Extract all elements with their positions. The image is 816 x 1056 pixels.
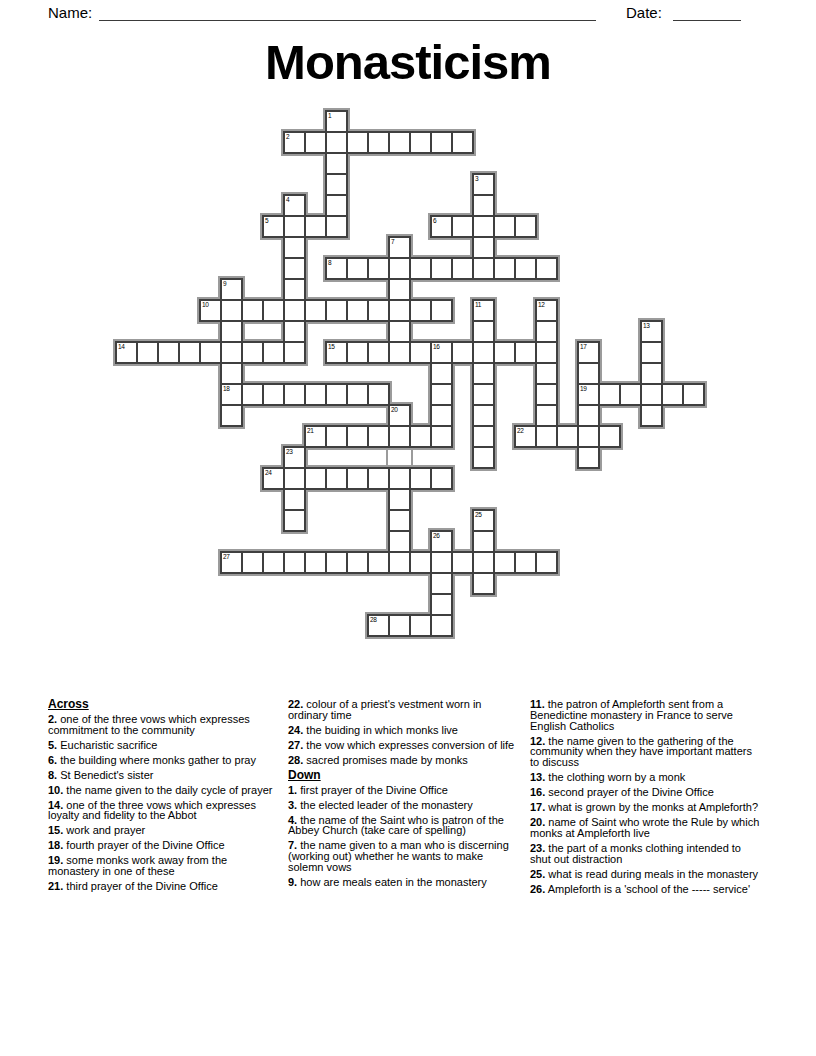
grid-cell[interactable]: 17 (577, 341, 600, 364)
grid-cell[interactable] (367, 341, 390, 364)
grid-cell[interactable]: 4 (283, 194, 306, 217)
grid-cell[interactable] (304, 383, 327, 406)
clue-down-7: 7. the name given to a man who is discer… (288, 840, 520, 872)
grid-cell[interactable]: 25 (472, 509, 495, 532)
name-blank-line (99, 20, 596, 21)
grid-cell[interactable] (346, 299, 369, 322)
clue-number: 1. (288, 784, 297, 796)
grid-cell[interactable] (220, 341, 243, 364)
grid-cell[interactable] (388, 425, 411, 448)
grid-cell[interactable]: 13 (640, 320, 663, 343)
grid-cell[interactable]: 24 (262, 467, 285, 490)
puzzle-title: Monasticism (0, 34, 816, 90)
grid-cell[interactable]: 6 (430, 215, 453, 238)
grid-cell[interactable] (535, 551, 558, 574)
grid-cell[interactable]: 10 (199, 299, 222, 322)
grid-cell[interactable] (430, 614, 453, 637)
grid-cell[interactable] (283, 509, 306, 532)
grid-cell[interactable] (304, 299, 327, 322)
grid-cell[interactable] (472, 194, 495, 217)
clue-across-15: 15. work and prayer (48, 825, 280, 836)
grid-cell[interactable] (640, 404, 663, 427)
grid-cell[interactable] (577, 446, 600, 469)
clue-number: 11. (530, 698, 545, 710)
clue-number: 22. (288, 698, 303, 710)
clue-number: 25. (530, 868, 545, 880)
grid-cell[interactable] (346, 383, 369, 406)
grid-cell[interactable]: 3 (472, 173, 495, 196)
grid-cell[interactable] (451, 215, 474, 238)
cell-number: 8 (328, 259, 331, 266)
clue-number: 26. (530, 883, 545, 895)
grid-cell[interactable] (472, 446, 495, 469)
clue-across-21: 21. third prayer of the Divine Office (48, 881, 280, 892)
grid-cell[interactable] (430, 404, 453, 427)
cell-number: 7 (391, 238, 394, 245)
cell-number: 24 (265, 469, 272, 476)
grid-cell[interactable] (304, 131, 327, 154)
clue-number: 23. (530, 842, 545, 854)
clue-down-26: 26. Ampleforth is a 'school of the -----… (530, 884, 762, 895)
clue-number: 9. (288, 876, 297, 888)
clue-number: 14. (48, 799, 63, 811)
grid-cell[interactable] (346, 257, 369, 280)
grid-cell[interactable] (682, 383, 705, 406)
grid-cell[interactable] (325, 551, 348, 574)
cell-number: 18 (223, 385, 230, 392)
grid-cell[interactable] (472, 215, 495, 238)
clue-across-18: 18. fourth prayer of the Divine Office (48, 840, 280, 851)
grid-cell[interactable]: 5 (262, 215, 285, 238)
grid-cell[interactable] (346, 341, 369, 364)
clue-number: 28. (288, 754, 303, 766)
grid-cell[interactable] (367, 467, 390, 490)
clue-number: 2. (48, 713, 57, 725)
grid-cell[interactable] (304, 467, 327, 490)
grid-cell[interactable] (325, 299, 348, 322)
grid-cell[interactable] (661, 383, 684, 406)
grid-cell[interactable]: 11 (472, 299, 495, 322)
date-blank-line (673, 20, 741, 21)
cell-number: 17 (580, 343, 587, 350)
grid-cell[interactable] (430, 362, 453, 385)
grid-cell[interactable] (241, 383, 264, 406)
clue-across-27: 27. the vow which expresses conversion o… (288, 740, 520, 751)
grid-cell[interactable]: 26 (430, 530, 453, 553)
cell-number: 22 (517, 427, 524, 434)
grid-cell[interactable] (388, 299, 411, 322)
grid-cell[interactable] (430, 131, 453, 154)
clue-number: 13. (530, 771, 545, 783)
grid-cell[interactable]: 20 (388, 404, 411, 427)
grid-cell[interactable] (430, 425, 453, 448)
grid-cell[interactable] (556, 425, 579, 448)
clue-number: 10. (48, 784, 63, 796)
grid-cell[interactable] (325, 215, 348, 238)
cell-number: 3 (475, 175, 478, 182)
cell-number: 13 (643, 322, 650, 329)
grid-cell[interactable] (157, 341, 180, 364)
grid-cell[interactable] (283, 299, 306, 322)
cell-number: 27 (223, 553, 230, 560)
clue-down-4: 4. the name of the Saint who is patron o… (288, 815, 520, 837)
cell-number: 25 (475, 511, 482, 518)
grid-cell[interactable] (535, 257, 558, 280)
grid-cell[interactable] (325, 194, 348, 217)
clue-down-11: 11. the patron of Ampleforth sent from a… (530, 699, 762, 731)
grid-cell[interactable] (241, 299, 264, 322)
clue-number: 3. (288, 799, 297, 811)
grid-cell[interactable] (472, 236, 495, 259)
grid-cell[interactable] (283, 341, 306, 364)
grid-cell[interactable] (472, 404, 495, 427)
grid-cell[interactable] (409, 467, 432, 490)
grid-cell[interactable] (388, 530, 411, 553)
grid-cell[interactable] (283, 278, 306, 301)
grid-cell[interactable]: 27 (220, 551, 243, 574)
clue-number: 17. (530, 801, 545, 813)
clue-number: 6. (48, 754, 57, 766)
grid-cell[interactable] (283, 383, 306, 406)
cell-number: 12 (538, 301, 545, 308)
cell-number: 15 (328, 343, 335, 350)
grid-cell[interactable] (409, 551, 432, 574)
clue-list-header-across: Across (48, 699, 280, 710)
grid-cell[interactable] (430, 551, 453, 574)
clue-number: 19. (48, 854, 63, 866)
grid-cell[interactable] (493, 215, 516, 238)
clues-column-2: 22. colour of a priest's vestment worn i… (288, 699, 520, 892)
grid-cell[interactable]: 22 (514, 425, 537, 448)
grid-cell[interactable]: 15 (325, 341, 348, 364)
grid-cell[interactable] (514, 215, 537, 238)
clue-across-2: 2. one of the three vows which expresses… (48, 714, 280, 736)
grid-cell[interactable] (262, 551, 285, 574)
grid-cell[interactable] (514, 341, 537, 364)
clue-across-10: 10. the name given to the daily cycle of… (48, 785, 280, 796)
clue-number: 15. (48, 824, 63, 836)
cell-number: 16 (433, 343, 440, 350)
grid-cell[interactable] (535, 404, 558, 427)
clue-across-6: 6. the building where monks gather to pr… (48, 755, 280, 766)
cell-number: 5 (265, 217, 268, 224)
grid-cell[interactable] (388, 551, 411, 574)
grid-cell[interactable] (283, 467, 306, 490)
cell-number: 28 (370, 616, 377, 623)
grid-cell[interactable] (535, 383, 558, 406)
grid-cell[interactable] (367, 383, 390, 406)
grid-cell[interactable] (598, 383, 621, 406)
grid-cell[interactable] (220, 362, 243, 385)
grid-cell[interactable] (430, 257, 453, 280)
grid-cell[interactable] (472, 572, 495, 595)
clue-down-1: 1. first prayer of the Divine Office (288, 785, 520, 796)
grid-cell[interactable] (199, 341, 222, 364)
cell-number: 2 (286, 133, 289, 140)
cell-number: 4 (286, 196, 289, 203)
grid-cell[interactable] (430, 572, 453, 595)
grid-cell[interactable] (325, 152, 348, 175)
date-label: Date: (626, 4, 662, 21)
grid-cell[interactable] (388, 320, 411, 343)
grid-cell[interactable] (325, 467, 348, 490)
grid-cell[interactable] (535, 425, 558, 448)
cell-number: 14 (118, 343, 125, 350)
grid-cell[interactable] (388, 509, 411, 532)
clue-across-28: 28. sacred promises made by monks (288, 755, 520, 766)
grid-cell[interactable] (220, 299, 243, 322)
grid-cell[interactable] (346, 131, 369, 154)
grid-cell[interactable] (577, 404, 600, 427)
grid-cell[interactable] (640, 341, 663, 364)
grid-cell[interactable] (241, 551, 264, 574)
cell-number: 21 (307, 427, 314, 434)
grid-cell[interactable] (577, 362, 600, 385)
crossword-grid: 1234567891011121314151617181920212223242… (115, 110, 707, 639)
grid-cell[interactable] (283, 236, 306, 259)
clue-number: 18. (48, 839, 63, 851)
grid-cell[interactable] (388, 131, 411, 154)
grid-cell[interactable] (451, 131, 474, 154)
grid-cell[interactable] (493, 551, 516, 574)
grid-cell[interactable] (346, 425, 369, 448)
grid-cell[interactable] (304, 551, 327, 574)
grid-cell[interactable] (514, 551, 537, 574)
grid-cell[interactable] (136, 341, 159, 364)
grid-cell[interactable]: 23 (283, 446, 306, 469)
grid-cell[interactable] (304, 215, 327, 238)
clue-number: 5. (48, 739, 57, 751)
grid-cell[interactable] (388, 278, 411, 301)
clue-across-14: 14. one of the three vows which expresse… (48, 800, 280, 822)
cell-number: 23 (286, 448, 293, 455)
grid-cell[interactable] (619, 383, 642, 406)
cell-number: 26 (433, 532, 440, 539)
grid-cell[interactable] (577, 425, 600, 448)
grid-cell[interactable]: 14 (115, 341, 138, 364)
grid-cell[interactable] (472, 362, 495, 385)
grid-cell[interactable] (640, 383, 663, 406)
grid-cell[interactable] (472, 320, 495, 343)
name-label: Name: (48, 4, 92, 21)
grid-cell[interactable] (472, 551, 495, 574)
grid-cell[interactable] (472, 383, 495, 406)
clue-across-8: 8. St Benedict's sister (48, 770, 280, 781)
grid-cell[interactable] (514, 257, 537, 280)
grid-cell[interactable] (430, 593, 453, 616)
clue-across-5: 5. Eucharistic sacrifice (48, 740, 280, 751)
grid-cell[interactable] (388, 257, 411, 280)
grid-cell[interactable] (409, 131, 432, 154)
grid-cell[interactable] (430, 299, 453, 322)
clue-down-25: 25. what is read during meals in the mon… (530, 869, 762, 880)
grid-cell[interactable]: 7 (388, 236, 411, 259)
grid-cell[interactable] (640, 362, 663, 385)
grid-cell[interactable] (367, 425, 390, 448)
clue-number: 12. (530, 735, 545, 747)
grid-cell[interactable] (451, 257, 474, 280)
grid-cell[interactable] (388, 488, 411, 511)
grid-cell[interactable] (325, 383, 348, 406)
clue-down-20: 20. name of Saint who wrote the Rule by … (530, 817, 762, 839)
grid-cell[interactable] (367, 551, 390, 574)
clue-down-3: 3. the elected leader of the monastery (288, 800, 520, 811)
grid-cell[interactable] (367, 299, 390, 322)
clue-number: 27. (288, 739, 303, 751)
grid-cell[interactable]: 2 (283, 131, 306, 154)
grid-cell[interactable] (367, 131, 390, 154)
grid-cell[interactable] (283, 257, 306, 280)
clues-column-1: Across2. one of the three vows which exp… (48, 699, 280, 896)
clue-across-24: 24. the buiding in which monks live (288, 725, 520, 736)
grid-cell[interactable] (430, 467, 453, 490)
clue-list-header-down: Down (288, 770, 520, 781)
clue-across-22: 22. colour of a priest's vestment worn i… (288, 699, 520, 721)
clue-number: 7. (288, 839, 297, 851)
grid-cell[interactable] (220, 404, 243, 427)
grid-cell[interactable] (430, 383, 453, 406)
grid-cell[interactable] (472, 341, 495, 364)
grid-cell[interactable] (409, 341, 432, 364)
grid-cell[interactable] (346, 551, 369, 574)
grid-cell[interactable] (241, 341, 264, 364)
clue-number: 24. (288, 724, 303, 736)
grid-cell[interactable] (388, 614, 411, 637)
grid-cell[interactable]: 19 (577, 383, 600, 406)
grid-cell[interactable] (367, 257, 390, 280)
clue-down-23: 23. the part of a monks clothing intende… (530, 843, 762, 865)
grid-cell[interactable] (409, 425, 432, 448)
grid-cell[interactable] (325, 425, 348, 448)
clue-number: 20. (530, 816, 545, 828)
grid-cell[interactable] (493, 257, 516, 280)
grid-cell[interactable] (451, 551, 474, 574)
grid-cell[interactable] (535, 320, 558, 343)
grid-cell[interactable]: 8 (325, 257, 348, 280)
grid-cell[interactable] (283, 551, 306, 574)
grid-cell[interactable] (409, 257, 432, 280)
grid-cell[interactable]: 16 (430, 341, 453, 364)
grid-cell[interactable] (262, 341, 285, 364)
grid-cell[interactable] (283, 488, 306, 511)
grid-cell[interactable]: 21 (304, 425, 327, 448)
grid-cell[interactable] (283, 215, 306, 238)
grid-cell[interactable] (262, 383, 285, 406)
grid-cell[interactable] (325, 131, 348, 154)
grid-cell[interactable] (472, 530, 495, 553)
grid-cell[interactable] (388, 467, 411, 490)
grid-cell[interactable] (409, 299, 432, 322)
cell-number: 20 (391, 406, 398, 413)
grid-cell[interactable] (409, 614, 432, 637)
grid-cell[interactable] (535, 341, 558, 364)
grid-cell[interactable] (178, 341, 201, 364)
clue-number: 4. (288, 814, 297, 826)
clue-across-19: 19. some monks work away from the monast… (48, 855, 280, 877)
clue-down-17: 17. what is grown by the monks at Amplef… (530, 802, 762, 813)
grid-cell[interactable] (598, 425, 621, 448)
grid-cell[interactable]: 1 (325, 110, 348, 133)
cell-number: 9 (223, 280, 226, 287)
grid-cell[interactable] (535, 362, 558, 385)
grid-cell[interactable] (262, 299, 285, 322)
clue-number: 16. (530, 786, 545, 798)
clue-number: 21. (48, 880, 63, 892)
clue-down-12: 12. the name given to the gathering of t… (530, 736, 762, 768)
grid-cell[interactable] (388, 341, 411, 364)
cell-number: 10 (202, 301, 209, 308)
grid-cell[interactable] (451, 341, 474, 364)
grid-cell[interactable] (325, 173, 348, 196)
cell-number: 11 (475, 301, 481, 308)
grid-cell[interactable] (493, 341, 516, 364)
grid-cell[interactable] (220, 320, 243, 343)
clues-column-3: 11. the patron of Ampleforth sent from a… (530, 699, 762, 899)
cell-number: 6 (433, 217, 436, 224)
grid-cell[interactable]: 9 (220, 278, 243, 301)
grid-cell[interactable] (283, 320, 306, 343)
cell-number: 1 (328, 112, 331, 119)
grid-cell[interactable]: 12 (535, 299, 558, 322)
grid-cell[interactable] (472, 425, 495, 448)
grid-cell[interactable]: 28 (367, 614, 390, 637)
clue-down-16: 16. second prayer of the Divine Office (530, 787, 762, 798)
clue-number: 8. (48, 769, 57, 781)
worksheet-page: Name: Date: Monasticism 1234567891011121… (0, 0, 816, 1056)
grid-cell[interactable]: 18 (220, 383, 243, 406)
clue-down-13: 13. the clothing worn by a monk (530, 772, 762, 783)
grid-cell[interactable] (472, 257, 495, 280)
clue-down-9: 9. how are meals eaten in the monastery (288, 877, 520, 888)
cell-number: 19 (580, 385, 587, 392)
grid-cell[interactable] (346, 467, 369, 490)
